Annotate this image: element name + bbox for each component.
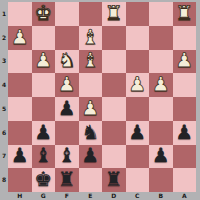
file-label-F: F (55, 192, 79, 200)
square-c1[interactable] (126, 2, 150, 26)
white-king-g1[interactable]: ♚ (34, 3, 52, 23)
square-f5[interactable]: ♟ (55, 97, 79, 121)
square-h8[interactable] (8, 168, 32, 192)
square-b6[interactable] (149, 121, 173, 145)
square-c6[interactable]: ♟ (126, 121, 150, 145)
black-rook-f8[interactable]: ♜ (58, 169, 76, 189)
square-g4[interactable] (32, 73, 56, 97)
square-a2[interactable] (173, 26, 197, 50)
rank-label-8: 8 (0, 168, 8, 192)
file-label-A: A (173, 192, 197, 200)
square-c2[interactable] (126, 26, 150, 50)
square-d5[interactable] (102, 97, 126, 121)
square-g7[interactable]: ♝ (32, 145, 56, 169)
black-knight-e6[interactable]: ♞ (81, 122, 99, 142)
square-e4[interactable] (79, 73, 103, 97)
file-labels: HGFEDCBA (8, 192, 196, 200)
square-g6[interactable]: ♟ (32, 121, 56, 145)
file-label-H: H (8, 192, 32, 200)
square-c7[interactable] (126, 145, 150, 169)
square-a7[interactable] (173, 145, 197, 169)
black-bishop-g7[interactable]: ♝ (34, 145, 52, 165)
black-pawn-f5[interactable]: ♟ (58, 98, 76, 118)
black-bishop-f7[interactable]: ♝ (58, 145, 76, 165)
square-b3[interactable] (149, 50, 173, 74)
black-pawn-e7[interactable]: ♟ (81, 145, 99, 165)
white-pawn-e5[interactable]: ♟ (81, 98, 99, 118)
white-bishop-e3[interactable]: ♝ (81, 50, 99, 70)
black-king-g8[interactable]: ♚ (34, 169, 52, 189)
square-b7[interactable]: ♟ (149, 145, 173, 169)
square-b8[interactable] (149, 168, 173, 192)
square-f8[interactable]: ♜ (55, 168, 79, 192)
rank-labels: 12345678 (0, 2, 8, 192)
rank-label-4: 4 (0, 73, 8, 97)
black-pawn-c6[interactable]: ♟ (128, 122, 146, 142)
black-pawn-h7[interactable]: ♟ (11, 145, 29, 165)
square-a4[interactable] (173, 73, 197, 97)
square-e1[interactable] (79, 2, 103, 26)
white-rook-d1[interactable]: ♜ (105, 3, 123, 23)
rank-label-2: 2 (0, 26, 8, 50)
square-a6[interactable]: ♟ (173, 121, 197, 145)
square-c4[interactable]: ♟ (126, 73, 150, 97)
square-e2[interactable]: ♝ (79, 26, 103, 50)
square-d7[interactable] (102, 145, 126, 169)
chess-board: ♚♜♜♟♝♟♞♝♟♟♟♟♟♟♟♞♟♟♟♝♝♟♟♚♜♜ (8, 2, 196, 192)
square-g2[interactable] (32, 26, 56, 50)
chess-diagram: 12345678 ♚♜♜♟♝♟♞♝♟♟♟♟♟♟♟♞♟♟♟♝♝♟♟♚♜♜ HGFE… (0, 0, 200, 200)
rank-label-3: 3 (0, 50, 8, 74)
square-d1[interactable]: ♜ (102, 2, 126, 26)
white-pawn-b4[interactable]: ♟ (152, 74, 170, 94)
file-label-G: G (32, 192, 56, 200)
square-a5[interactable] (173, 97, 197, 121)
white-pawn-c4[interactable]: ♟ (128, 74, 146, 94)
file-label-D: D (102, 192, 126, 200)
square-h2[interactable]: ♟ (8, 26, 32, 50)
square-h5[interactable] (8, 97, 32, 121)
square-f6[interactable] (55, 121, 79, 145)
rank-label-5: 5 (0, 97, 8, 121)
square-b2[interactable] (149, 26, 173, 50)
square-h1[interactable] (8, 2, 32, 26)
square-e7[interactable]: ♟ (79, 145, 103, 169)
square-h3[interactable] (8, 50, 32, 74)
rank-label-6: 6 (0, 121, 8, 145)
black-rook-d8[interactable]: ♜ (105, 169, 123, 189)
file-label-B: B (149, 192, 173, 200)
file-label-E: E (79, 192, 103, 200)
square-e5[interactable]: ♟ (79, 97, 103, 121)
white-pawn-f4[interactable]: ♟ (58, 74, 76, 94)
square-f1[interactable] (55, 2, 79, 26)
square-c5[interactable] (126, 97, 150, 121)
square-a1[interactable]: ♜ (173, 2, 197, 26)
square-g8[interactable]: ♚ (32, 168, 56, 192)
square-a3[interactable]: ♟ (173, 50, 197, 74)
square-b4[interactable]: ♟ (149, 73, 173, 97)
square-f2[interactable] (55, 26, 79, 50)
square-d8[interactable]: ♜ (102, 168, 126, 192)
square-a8[interactable] (173, 168, 197, 192)
rank-label-1: 1 (0, 2, 8, 26)
square-f7[interactable]: ♝ (55, 145, 79, 169)
square-g3[interactable]: ♟ (32, 50, 56, 74)
white-pawn-a3[interactable]: ♟ (175, 50, 193, 70)
white-pawn-g3[interactable]: ♟ (34, 50, 52, 70)
white-bishop-e2[interactable]: ♝ (81, 27, 99, 47)
square-d6[interactable] (102, 121, 126, 145)
square-c8[interactable] (126, 168, 150, 192)
square-e8[interactable] (79, 168, 103, 192)
square-d3[interactable] (102, 50, 126, 74)
square-h4[interactable] (8, 73, 32, 97)
square-h7[interactable]: ♟ (8, 145, 32, 169)
white-knight-f3[interactable]: ♞ (58, 50, 76, 70)
square-g5[interactable] (32, 97, 56, 121)
black-pawn-g6[interactable]: ♟ (34, 122, 52, 142)
square-b1[interactable] (149, 2, 173, 26)
square-e3[interactable]: ♝ (79, 50, 103, 74)
file-label-C: C (126, 192, 150, 200)
black-pawn-a6[interactable]: ♟ (175, 122, 193, 142)
square-d4[interactable] (102, 73, 126, 97)
square-c3[interactable] (126, 50, 150, 74)
square-f3[interactable]: ♞ (55, 50, 79, 74)
white-rook-a1[interactable]: ♜ (175, 3, 193, 23)
square-h6[interactable] (8, 121, 32, 145)
square-e6[interactable]: ♞ (79, 121, 103, 145)
square-g1[interactable]: ♚ (32, 2, 56, 26)
white-pawn-h2[interactable]: ♟ (11, 27, 29, 47)
black-pawn-b7[interactable]: ♟ (152, 145, 170, 165)
square-f4[interactable]: ♟ (55, 73, 79, 97)
square-d2[interactable] (102, 26, 126, 50)
square-b5[interactable] (149, 97, 173, 121)
rank-label-7: 7 (0, 145, 8, 169)
